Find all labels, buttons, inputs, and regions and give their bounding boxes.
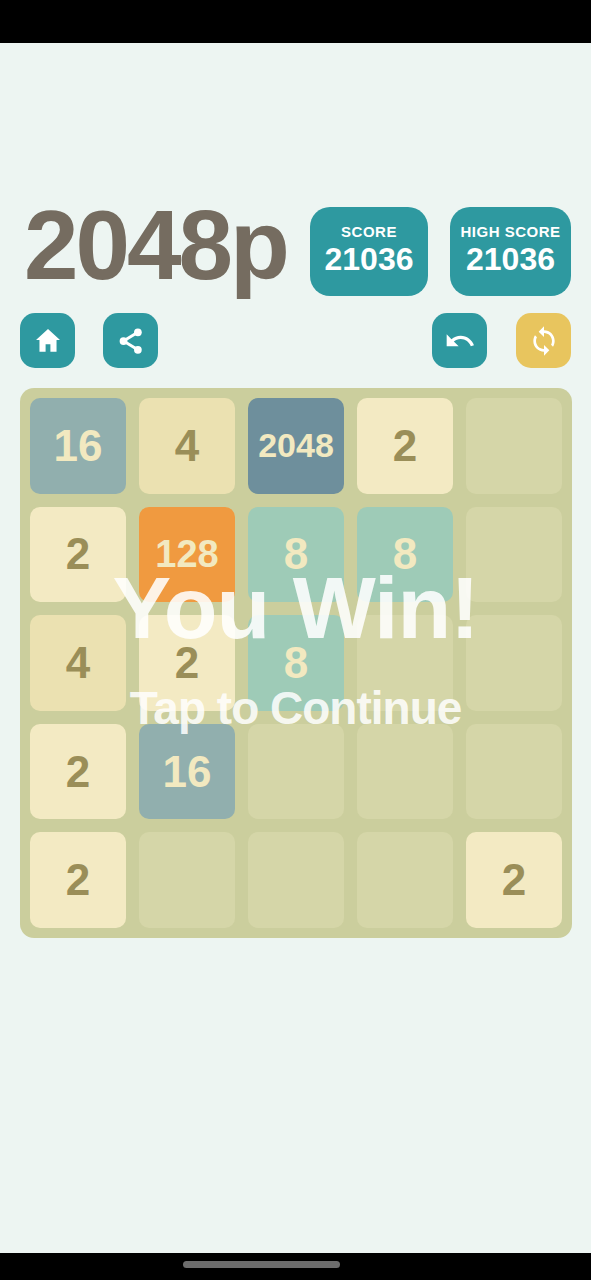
- tile-2048-r1c3: 2048: [248, 398, 344, 494]
- empty-cell-r5c4: [357, 832, 453, 928]
- share-icon: [116, 326, 146, 356]
- high-score-value: 21036: [466, 241, 555, 278]
- undo-button[interactable]: [432, 313, 487, 368]
- restart-icon: [528, 325, 560, 357]
- undo-icon: [444, 325, 476, 357]
- share-button[interactable]: [103, 313, 158, 368]
- score-label: SCORE: [341, 223, 397, 241]
- score-panel: SCORE 21036: [310, 207, 428, 296]
- restart-button[interactable]: [516, 313, 571, 368]
- win-title: You Win!: [113, 560, 479, 657]
- app-screen: 2048p SCORE 21036 HIGH SCORE 21036 16420…: [0, 0, 591, 1280]
- tile-4-r1c2: 4: [139, 398, 235, 494]
- home-icon: [32, 325, 64, 357]
- tile-16-r1c1: 16: [30, 398, 126, 494]
- navigation-bar: [0, 1253, 591, 1280]
- home-button[interactable]: [20, 313, 75, 368]
- empty-cell-r5c2: [139, 832, 235, 928]
- empty-cell-r1c5: [466, 398, 562, 494]
- tile-2-r5c1: 2: [30, 832, 126, 928]
- empty-cell-r5c3: [248, 832, 344, 928]
- win-subtitle: Tap to Continue: [130, 681, 462, 735]
- high-score-panel: HIGH SCORE 21036: [450, 207, 571, 296]
- tile-2-r1c4: 2: [357, 398, 453, 494]
- app-title: 2048p: [24, 196, 287, 294]
- tile-2-r5c5: 2: [466, 832, 562, 928]
- home-indicator[interactable]: [183, 1261, 340, 1268]
- high-score-label: HIGH SCORE: [460, 223, 560, 241]
- win-overlay[interactable]: You Win! Tap to Continue: [0, 560, 591, 840]
- score-value: 21036: [325, 241, 414, 278]
- status-bar: [0, 0, 591, 43]
